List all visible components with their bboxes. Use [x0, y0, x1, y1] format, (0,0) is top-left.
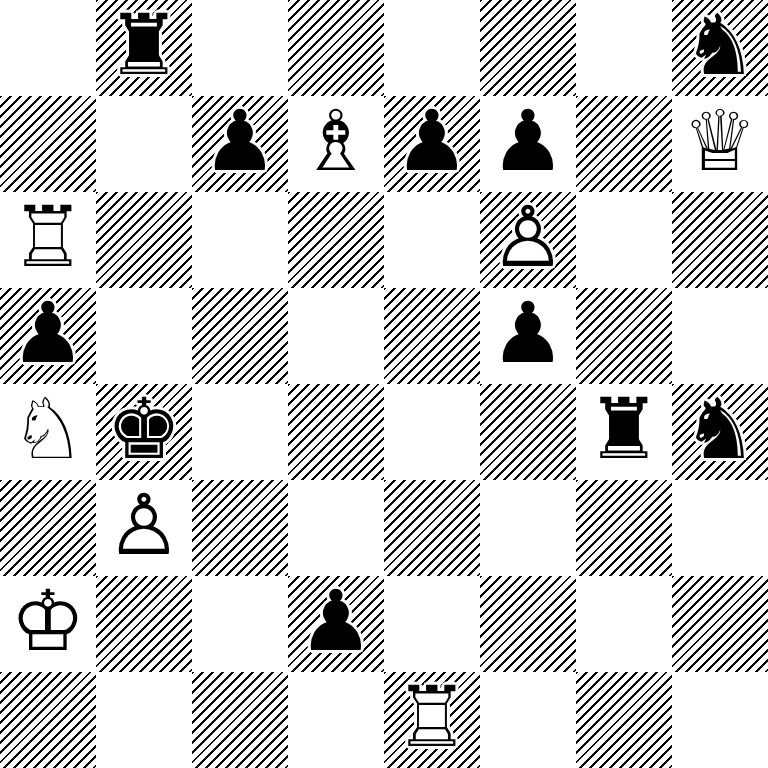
piece-glyph: ♖	[10, 195, 85, 279]
piece-glyph: ♟	[202, 99, 277, 183]
piece-black-king[interactable]: ♚♚	[96, 384, 192, 480]
square-f8[interactable]	[480, 0, 576, 96]
piece-white-king[interactable]: ♚♔	[0, 576, 96, 672]
square-a2[interactable]: ♚♔	[0, 576, 96, 672]
square-d1[interactable]	[288, 672, 384, 768]
piece-black-knight[interactable]: ♞♞	[672, 0, 768, 96]
square-a1[interactable]	[0, 672, 96, 768]
square-g1[interactable]	[576, 672, 672, 768]
piece-glyph: ♙	[106, 483, 181, 567]
piece-white-rook[interactable]: ♜♖	[384, 672, 480, 768]
square-a6[interactable]: ♜♖	[0, 192, 96, 288]
square-c2[interactable]	[192, 576, 288, 672]
piece-black-pawn[interactable]: ♟♟	[192, 96, 288, 192]
piece-black-rook[interactable]: ♜♜	[576, 384, 672, 480]
square-d6[interactable]	[288, 192, 384, 288]
square-d3[interactable]	[288, 480, 384, 576]
piece-black-pawn[interactable]: ♟♟	[480, 96, 576, 192]
square-f1[interactable]	[480, 672, 576, 768]
square-e3[interactable]	[384, 480, 480, 576]
square-f2[interactable]	[480, 576, 576, 672]
piece-glyph: ♗	[298, 99, 373, 183]
piece-black-pawn[interactable]: ♟♟	[288, 576, 384, 672]
square-h8[interactable]: ♞♞	[672, 0, 768, 96]
square-h7[interactable]: ♛♕	[672, 96, 768, 192]
piece-black-pawn[interactable]: ♟♟	[384, 96, 480, 192]
square-a3[interactable]	[0, 480, 96, 576]
piece-glyph: ♚	[106, 387, 181, 471]
piece-glyph: ♟	[490, 291, 565, 375]
square-c3[interactable]	[192, 480, 288, 576]
square-c1[interactable]	[192, 672, 288, 768]
square-a8[interactable]	[0, 0, 96, 96]
square-e1[interactable]: ♜♖	[384, 672, 480, 768]
square-h5[interactable]	[672, 288, 768, 384]
square-a7[interactable]	[0, 96, 96, 192]
square-f3[interactable]	[480, 480, 576, 576]
square-b4[interactable]: ♚♚	[96, 384, 192, 480]
square-e8[interactable]	[384, 0, 480, 96]
square-h1[interactable]	[672, 672, 768, 768]
square-g7[interactable]	[576, 96, 672, 192]
square-e4[interactable]	[384, 384, 480, 480]
piece-black-pawn[interactable]: ♟♟	[0, 288, 96, 384]
square-g8[interactable]	[576, 0, 672, 96]
piece-glyph: ♙	[490, 195, 565, 279]
square-g4[interactable]: ♜♜	[576, 384, 672, 480]
square-h2[interactable]	[672, 576, 768, 672]
square-g3[interactable]	[576, 480, 672, 576]
square-b8[interactable]: ♜♜	[96, 0, 192, 96]
square-b3[interactable]: ♟♙	[96, 480, 192, 576]
piece-glyph: ♜	[586, 387, 661, 471]
piece-glyph: ♜	[106, 3, 181, 87]
square-h4[interactable]: ♞♞	[672, 384, 768, 480]
piece-glyph: ♘	[10, 387, 85, 471]
piece-glyph: ♞	[682, 387, 757, 471]
square-a4[interactable]: ♞♘	[0, 384, 96, 480]
piece-black-knight[interactable]: ♞♞	[672, 384, 768, 480]
piece-white-pawn[interactable]: ♟♙	[96, 480, 192, 576]
piece-glyph: ♖	[394, 675, 469, 759]
piece-black-pawn[interactable]: ♟♟	[480, 288, 576, 384]
square-a5[interactable]: ♟♟	[0, 288, 96, 384]
square-g2[interactable]	[576, 576, 672, 672]
piece-glyph: ♟	[490, 99, 565, 183]
square-e5[interactable]	[384, 288, 480, 384]
square-b6[interactable]	[96, 192, 192, 288]
square-b2[interactable]	[96, 576, 192, 672]
piece-glyph: ♕	[682, 99, 757, 183]
square-f4[interactable]	[480, 384, 576, 480]
square-h3[interactable]	[672, 480, 768, 576]
square-f6[interactable]: ♟♙	[480, 192, 576, 288]
square-g5[interactable]	[576, 288, 672, 384]
piece-glyph: ♟	[10, 291, 85, 375]
square-e6[interactable]	[384, 192, 480, 288]
square-e7[interactable]: ♟♟	[384, 96, 480, 192]
piece-black-rook[interactable]: ♜♜	[96, 0, 192, 96]
piece-glyph: ♟	[394, 99, 469, 183]
square-b1[interactable]	[96, 672, 192, 768]
piece-white-queen[interactable]: ♛♕	[672, 96, 768, 192]
piece-glyph: ♔	[10, 579, 85, 663]
square-d8[interactable]	[288, 0, 384, 96]
square-g6[interactable]	[576, 192, 672, 288]
piece-white-knight[interactable]: ♞♘	[0, 384, 96, 480]
square-f5[interactable]: ♟♟	[480, 288, 576, 384]
square-c5[interactable]	[192, 288, 288, 384]
square-c8[interactable]	[192, 0, 288, 96]
square-c4[interactable]	[192, 384, 288, 480]
piece-glyph: ♞	[682, 3, 757, 87]
piece-white-rook[interactable]: ♜♖	[0, 192, 96, 288]
square-e2[interactable]	[384, 576, 480, 672]
square-c6[interactable]	[192, 192, 288, 288]
square-d2[interactable]: ♟♟	[288, 576, 384, 672]
chess-board: ♜♜♞♞♟♟♝♗♟♟♟♟♛♕♜♖♟♙♟♟♟♟♞♘♚♚♜♜♞♞♟♙♚♔♟♟♜♖	[0, 0, 768, 768]
square-d4[interactable]	[288, 384, 384, 480]
square-c7[interactable]: ♟♟	[192, 96, 288, 192]
square-d5[interactable]	[288, 288, 384, 384]
piece-glyph: ♟	[298, 579, 373, 663]
square-d7[interactable]: ♝♗	[288, 96, 384, 192]
square-f7[interactable]: ♟♟	[480, 96, 576, 192]
piece-white-pawn[interactable]: ♟♙	[480, 192, 576, 288]
square-b7[interactable]	[96, 96, 192, 192]
piece-white-bishop[interactable]: ♝♗	[288, 96, 384, 192]
square-b5[interactable]	[96, 288, 192, 384]
square-h6[interactable]	[672, 192, 768, 288]
